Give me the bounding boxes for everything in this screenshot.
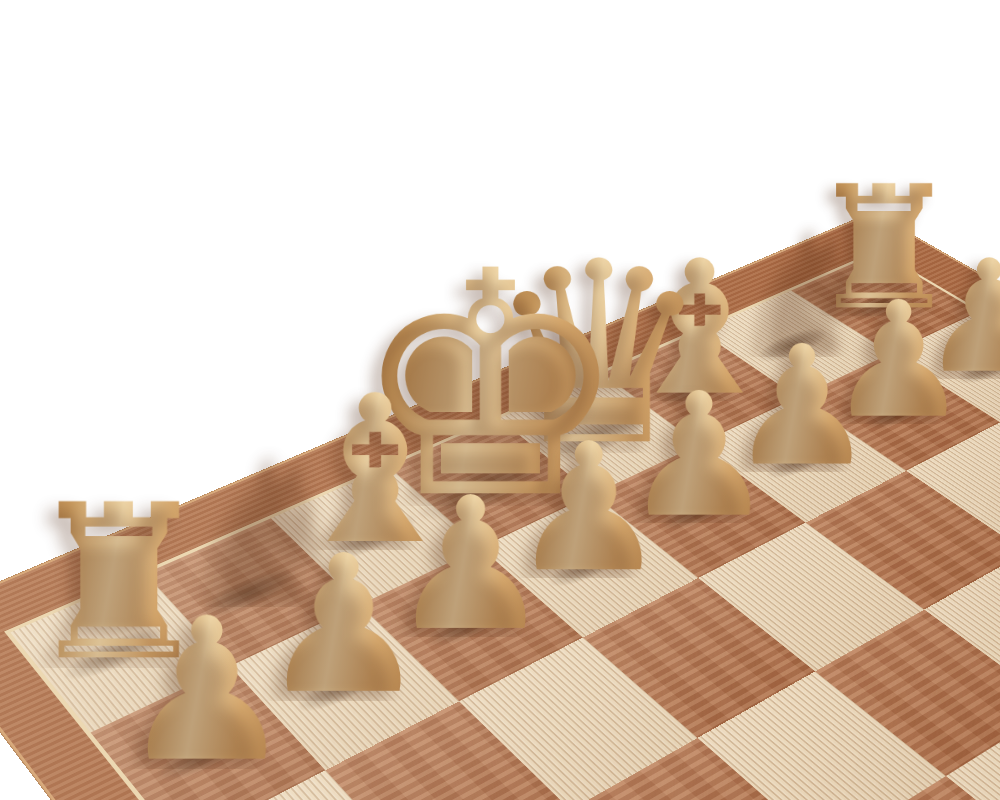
board-inlay-frame: ♜♞♝♚♛♝♞♜♟♟♟♟♟♟♟♟ bbox=[4, 250, 1000, 800]
pawn-glyph: ♟ bbox=[118, 575, 295, 800]
chess-board: ♜♞♝♚♛♝♞♜♟♟♟♟♟♟♟♟ bbox=[0, 214, 1000, 800]
square-h2: ♟ bbox=[91, 666, 326, 800]
board-playing-field: ♜♞♝♚♛♝♞♜♟♟♟♟♟♟♟♟ bbox=[10, 253, 1000, 800]
product-photo-scene: ♜♞♝♚♛♝♞♜♟♟♟♟♟♟♟♟ bbox=[0, 0, 1000, 800]
